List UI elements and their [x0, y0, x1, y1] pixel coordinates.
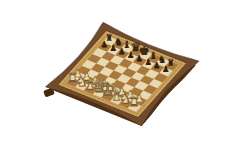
chess-board: ♜♞♝♛♚♝♞♜♟♟♟♟♟♟♟♟♟♟♟♟♟♟♟♟♜♞♝♛♚♝♞♜	[45, 22, 199, 126]
piece-white-rook: ♜	[128, 96, 139, 109]
piece-black-pawn: ♟	[101, 40, 108, 48]
piece-black-pawn: ♟	[162, 65, 169, 73]
piece-black-pawn: ♟	[127, 51, 134, 59]
chess-set-photo: ♜♞♝♛♚♝♞♜♟♟♟♟♟♟♟♟♟♟♟♟♟♟♟♟♜♞♝♛♚♝♞♜	[0, 0, 240, 150]
piece-black-pawn: ♟	[109, 44, 116, 52]
piece-black-pawn: ♟	[144, 58, 151, 66]
piece-black-pawn: ♟	[118, 47, 125, 55]
piece-black-pawn: ♟	[136, 54, 143, 62]
piece-black-pawn: ♟	[153, 61, 160, 69]
